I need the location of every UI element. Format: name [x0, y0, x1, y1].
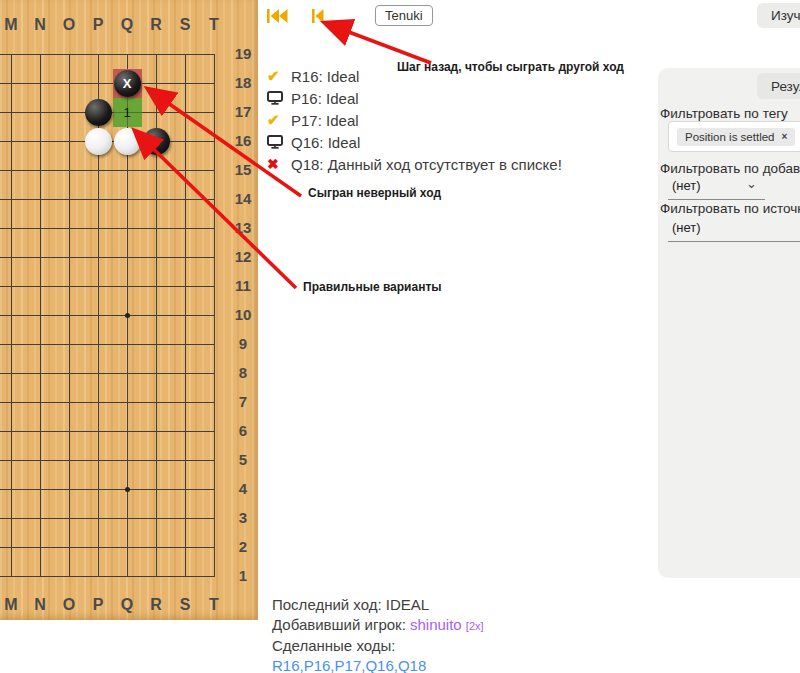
skip-to-start-icon	[267, 9, 288, 23]
column-label-bottom: P	[88, 595, 108, 615]
check-icon: ✔	[267, 67, 280, 85]
source-filter-value: (нет)	[672, 220, 701, 235]
player-filter-value: (нет)	[672, 178, 701, 193]
column-label-top: R	[146, 15, 166, 35]
row-label: 1	[228, 566, 258, 586]
move-result-text: P17: Ideal	[291, 112, 359, 129]
row-label: 5	[228, 450, 258, 470]
annotation-wrong-move: Сыгран неверный ход	[308, 186, 441, 200]
move-result-row: ✔P17: Ideal	[267, 109, 562, 131]
row-label: 7	[228, 392, 258, 412]
move-result-list: ✔R16: IdealP16: Ideal✔P17: IdealQ16: Ide…	[267, 65, 562, 175]
column-label-bottom: O	[59, 595, 79, 615]
tag-chip[interactable]: Position is settled ×	[677, 128, 795, 146]
moves-made-link[interactable]: R16,P16,P17,Q16,Q18	[272, 657, 426, 673]
added-by-line: Добавивший игрок: shinuito [2x]	[272, 615, 484, 636]
move-result-text: Q18: Данный ход отсутствует в списке!	[291, 156, 562, 173]
monitor-icon	[267, 135, 283, 149]
source-filter-select[interactable]: (нет)	[668, 218, 800, 242]
white-stone	[85, 128, 112, 155]
column-label-top: Q	[117, 15, 137, 35]
tab-study[interactable]: Изуче	[757, 3, 800, 28]
row-label: 2	[228, 537, 258, 557]
added-by-label: Добавивший игрок:	[272, 616, 406, 633]
rewind-to-start-button[interactable]	[267, 9, 288, 23]
row-label: 6	[228, 421, 258, 441]
column-label-top: S	[175, 15, 195, 35]
column-label-bottom: T	[204, 595, 224, 615]
row-label: 10	[228, 305, 258, 325]
hoshi-point	[125, 313, 130, 318]
tag-chip-label: Position is settled	[685, 131, 775, 143]
move-result-text: Q16: Ideal	[291, 134, 360, 151]
chip-remove-icon[interactable]: ×	[782, 131, 788, 142]
move-result-row: ✖Q18: Данный ход отсутствует в списке!	[267, 153, 562, 175]
black-stone	[143, 128, 170, 155]
column-label-bottom: R	[146, 595, 166, 615]
results-button[interactable]: Резул	[757, 73, 800, 99]
column-label-top: T	[204, 15, 224, 35]
row-label: 15	[228, 160, 258, 180]
white-stone	[114, 128, 141, 155]
row-label: 3	[228, 508, 258, 528]
tag-filter-input[interactable]: Position is settled ×	[668, 121, 800, 152]
row-label: 9	[228, 334, 258, 354]
row-label: 16	[228, 131, 258, 151]
correct-variant-label: 1	[113, 98, 142, 127]
wrong-move-label: X	[113, 69, 142, 98]
moves-made-label: Сделанные ходы:	[272, 636, 484, 656]
hoshi-point	[125, 487, 130, 492]
row-label: 14	[228, 189, 258, 209]
row-label: 11	[228, 276, 258, 296]
move-result-text: R16: Ideal	[291, 68, 359, 85]
annotation-step-back: Шаг назад, чтобы сыграть другой ход	[397, 60, 624, 74]
filter-player-label: Фильтровать по добави	[660, 161, 800, 176]
row-label: 18	[228, 73, 258, 93]
last-move-status: Последний ход: IDEAL	[272, 595, 484, 615]
row-label: 19	[228, 44, 258, 64]
column-label-top: O	[59, 15, 79, 35]
column-label-bottom: Q	[117, 595, 137, 615]
player-count-badge: [2x]	[466, 620, 484, 632]
row-label: 4	[228, 479, 258, 499]
player-filter-select[interactable]: (нет) ⌄	[668, 176, 765, 200]
player-link[interactable]: shinuito	[410, 616, 462, 633]
column-label-bottom: M	[1, 595, 21, 615]
results-panel: Резул Фильтровать по тегу Position is se…	[658, 68, 800, 578]
monitor-icon	[267, 91, 283, 105]
column-label-bottom: S	[175, 595, 195, 615]
row-label: 8	[228, 363, 258, 383]
go-board[interactable]: MMNNOOPPQQRRSSTT191817161514131211109876…	[0, 0, 258, 620]
row-label: 12	[228, 247, 258, 267]
move-result-row: P16: Ideal	[267, 87, 562, 109]
column-label-bottom: N	[30, 595, 50, 615]
filter-source-label: Фильтровать по источни	[660, 201, 800, 216]
row-label: 17	[228, 102, 258, 122]
move-result-row: Q16: Ideal	[267, 131, 562, 153]
check-icon: ✔	[267, 111, 280, 129]
row-label: 13	[228, 218, 258, 238]
black-stone	[85, 99, 112, 126]
filter-tag-label: Фильтровать по тегу	[660, 106, 788, 121]
annotation-correct-variants: Правильные варианты	[303, 280, 442, 294]
column-label-top: N	[30, 15, 50, 35]
cross-icon: ✖	[267, 156, 279, 172]
footer: Последний ход: IDEAL Добавивший игрок: s…	[272, 595, 484, 673]
page: MMNNOOPPQQRRSSTT191817161514131211109876…	[0, 0, 800, 673]
arrow-to-step-back-icon	[325, 23, 431, 63]
move-result-text: P16: Ideal	[291, 90, 359, 107]
step-back-icon	[312, 9, 324, 23]
chevron-down-icon: ⌄	[746, 176, 757, 191]
column-label-top: M	[1, 15, 21, 35]
step-back-button[interactable]	[312, 9, 324, 23]
column-label-top: P	[88, 15, 108, 35]
tenuki-button[interactable]: Tenuki	[375, 5, 433, 26]
